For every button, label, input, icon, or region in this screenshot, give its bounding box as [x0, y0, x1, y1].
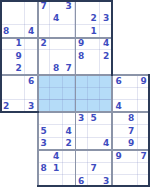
- cell-r2c5[interactable]: [63, 25, 76, 38]
- cell-r4c4[interactable]: [50, 50, 63, 63]
- cell-r4c2[interactable]: [25, 50, 38, 63]
- cell-r2c4[interactable]: [50, 25, 63, 38]
- given-digit: 2: [66, 139, 72, 148]
- cell-r1c4[interactable]: 4: [50, 13, 63, 26]
- cell-r14c9[interactable]: [113, 175, 126, 187]
- cell-r6c5[interactable]: [63, 75, 76, 88]
- cell-r8c0[interactable]: 2: [0, 100, 13, 113]
- cell-r8c5[interactable]: [63, 100, 76, 113]
- cell-r7c9[interactable]: [113, 88, 126, 101]
- cell-r10c6[interactable]: [75, 125, 88, 138]
- cell-r7c10[interactable]: [125, 88, 138, 101]
- cell-r3c0[interactable]: [0, 38, 13, 51]
- given-digit: 4: [116, 102, 122, 111]
- cell-r11c9[interactable]: [113, 138, 126, 151]
- given-digit: 8: [3, 27, 9, 36]
- given-digit: 4: [53, 152, 59, 161]
- sudoku-board: 7342384112949822876692343585473249497817…: [0, 0, 150, 187]
- cell-r9c11[interactable]: [138, 113, 151, 126]
- cell-r14c11[interactable]: [138, 175, 151, 187]
- cell-r4c6[interactable]: 8: [75, 50, 88, 63]
- cell-r1c2[interactable]: [25, 13, 38, 26]
- cell-r14c6[interactable]: 6: [75, 175, 88, 187]
- cell-r7c8[interactable]: [100, 88, 113, 101]
- given-digit: 3: [103, 177, 109, 186]
- cell-r13c11[interactable]: [138, 163, 151, 176]
- cell-r7c0[interactable]: [0, 88, 13, 101]
- given-digit: 4: [103, 139, 109, 148]
- given-digit: 3: [41, 139, 47, 148]
- cell-r10c9[interactable]: [113, 125, 126, 138]
- given-digit: 5: [41, 127, 47, 136]
- cell-r10c5[interactable]: 4: [63, 125, 76, 138]
- given-digit: 2: [16, 64, 22, 73]
- given-digit: 8: [78, 52, 84, 61]
- given-digit: 2: [3, 102, 9, 111]
- cell-r6c4[interactable]: [50, 75, 63, 88]
- cell-r10c4[interactable]: [50, 125, 63, 138]
- cell-r12c8[interactable]: [100, 150, 113, 163]
- given-digit: 7: [128, 127, 134, 136]
- cell-r14c8[interactable]: 3: [100, 175, 113, 187]
- cell-r10c3[interactable]: 5: [38, 125, 51, 138]
- given-digit: 3: [28, 102, 34, 111]
- cell-r5c6[interactable]: [75, 63, 88, 76]
- given-digit: 9: [78, 39, 84, 48]
- cell-r6c10[interactable]: [125, 75, 138, 88]
- cell-r12c7[interactable]: [88, 150, 101, 163]
- cell-r8c7[interactable]: [88, 100, 101, 113]
- cell-r0c5[interactable]: 3: [63, 0, 76, 13]
- cell-r2c2[interactable]: 4: [25, 25, 38, 38]
- cell-r0c0[interactable]: [0, 0, 13, 13]
- cell-r5c4[interactable]: 8: [50, 63, 63, 76]
- given-digit: 3: [78, 114, 84, 123]
- cell-r8c4[interactable]: [50, 100, 63, 113]
- cell-r3c8[interactable]: 4: [100, 38, 113, 51]
- cell-r5c3[interactable]: [38, 63, 51, 76]
- given-digit: 4: [28, 27, 34, 36]
- cell-r5c5[interactable]: 7: [63, 63, 76, 76]
- cell-r5c2[interactable]: [25, 63, 38, 76]
- cell-r14c5[interactable]: [63, 175, 76, 187]
- cell-r3c3[interactable]: 2: [38, 38, 51, 51]
- given-digit: 8: [53, 64, 59, 73]
- cell-r10c8[interactable]: [100, 125, 113, 138]
- cell-r2c3[interactable]: [38, 25, 51, 38]
- cell-r7c3[interactable]: [38, 88, 51, 101]
- cell-r14c10[interactable]: [125, 175, 138, 187]
- cell-r5c8[interactable]: [100, 63, 113, 76]
- cell-r13c4[interactable]: 1: [50, 163, 63, 176]
- cell-r13c5[interactable]: [63, 163, 76, 176]
- cell-r8c8[interactable]: [100, 100, 113, 113]
- cell-r13c9[interactable]: [113, 163, 126, 176]
- given-digit: 4: [53, 14, 59, 23]
- cell-r0c7[interactable]: [88, 0, 101, 13]
- cell-r14c7[interactable]: [88, 175, 101, 187]
- cell-r1c5[interactable]: [63, 13, 76, 26]
- cell-r9c8[interactable]: [100, 113, 113, 126]
- cell-r9c10[interactable]: 8: [125, 113, 138, 126]
- cell-r14c3[interactable]: [38, 175, 51, 187]
- given-digit: 2: [41, 39, 47, 48]
- cell-r2c8[interactable]: [100, 25, 113, 38]
- cell-r4c3[interactable]: [38, 50, 51, 63]
- given-digit: 1: [16, 39, 22, 48]
- cell-r11c5[interactable]: 2: [63, 138, 76, 151]
- cell-r0c1[interactable]: [13, 0, 26, 13]
- cell-r4c7[interactable]: [88, 50, 101, 63]
- cell-r8c11[interactable]: [138, 100, 151, 113]
- cell-r1c3[interactable]: [38, 13, 51, 26]
- cell-r11c7[interactable]: [88, 138, 101, 151]
- given-digit: 6: [28, 77, 34, 86]
- cell-r8c9[interactable]: 4: [113, 100, 126, 113]
- cell-r5c1[interactable]: 2: [13, 63, 26, 76]
- cell-r6c8[interactable]: [100, 75, 113, 88]
- given-digit: 8: [128, 114, 134, 123]
- cell-r3c7[interactable]: [88, 38, 101, 51]
- cell-r10c11[interactable]: [138, 125, 151, 138]
- cell-r6c3[interactable]: [38, 75, 51, 88]
- cell-r3c1[interactable]: 1: [13, 38, 26, 51]
- given-digit: 4: [66, 127, 72, 136]
- cell-r1c6[interactable]: [75, 13, 88, 26]
- cell-r12c11[interactable]: 7: [138, 150, 151, 163]
- cell-r0c6[interactable]: [75, 0, 88, 13]
- cell-r2c0[interactable]: 8: [0, 25, 13, 38]
- cell-r3c4[interactable]: [50, 38, 63, 51]
- cell-r4c1[interactable]: 9: [13, 50, 26, 63]
- cell-r12c9[interactable]: 9: [113, 150, 126, 163]
- cell-r7c1[interactable]: [13, 88, 26, 101]
- given-digit: 4: [103, 39, 109, 48]
- given-digit: 6: [116, 77, 122, 86]
- cell-r6c9[interactable]: 6: [113, 75, 126, 88]
- cell-r11c8[interactable]: 4: [100, 138, 113, 151]
- cell-r12c6[interactable]: [75, 150, 88, 163]
- given-digit: 2: [103, 52, 109, 61]
- given-digit: 1: [53, 164, 59, 173]
- cell-r1c7[interactable]: 2: [88, 13, 101, 26]
- cell-r6c0[interactable]: [0, 75, 13, 88]
- given-digit: 3: [66, 2, 72, 11]
- cell-r2c6[interactable]: [75, 25, 88, 38]
- given-digit: 7: [91, 164, 97, 173]
- cell-r2c1[interactable]: [13, 25, 26, 38]
- cell-r4c0[interactable]: [0, 50, 13, 63]
- cell-r12c4[interactable]: 4: [50, 150, 63, 163]
- cell-r13c3[interactable]: 8: [38, 163, 51, 176]
- cell-r7c11[interactable]: [138, 88, 151, 101]
- cell-r3c5[interactable]: [63, 38, 76, 51]
- given-digit: 6: [78, 177, 84, 186]
- cell-r4c8[interactable]: 2: [100, 50, 113, 63]
- given-digit: 7: [41, 2, 47, 11]
- cell-r6c7[interactable]: [88, 75, 101, 88]
- cell-r0c4[interactable]: [50, 0, 63, 13]
- cell-r3c2[interactable]: [25, 38, 38, 51]
- cell-r0c3[interactable]: 7: [38, 0, 51, 13]
- cell-r5c0[interactable]: [0, 63, 13, 76]
- cell-r7c7[interactable]: [88, 88, 101, 101]
- cell-r10c7[interactable]: [88, 125, 101, 138]
- given-digit: 9: [128, 139, 134, 148]
- cell-r7c6[interactable]: [75, 88, 88, 101]
- cell-r9c7[interactable]: 5: [88, 113, 101, 126]
- given-digit: 2: [91, 14, 97, 23]
- cell-r12c3[interactable]: [38, 150, 51, 163]
- cell-r7c5[interactable]: [63, 88, 76, 101]
- cell-r6c6[interactable]: [75, 75, 88, 88]
- cell-r9c5[interactable]: [63, 113, 76, 126]
- cell-r7c2[interactable]: [25, 88, 38, 101]
- given-digit: 9: [141, 77, 147, 86]
- cell-r11c10[interactable]: 9: [125, 138, 138, 151]
- cell-r4c5[interactable]: [63, 50, 76, 63]
- cell-r3c6[interactable]: 9: [75, 38, 88, 51]
- cell-r6c11[interactable]: 9: [138, 75, 151, 88]
- cell-r8c10[interactable]: [125, 100, 138, 113]
- cell-r9c6[interactable]: 3: [75, 113, 88, 126]
- cell-r6c1[interactable]: [13, 75, 26, 88]
- cell-r8c1[interactable]: [13, 100, 26, 113]
- cell-r9c3[interactable]: [38, 113, 51, 126]
- cell-r1c8[interactable]: 3: [100, 13, 113, 26]
- cell-r11c6[interactable]: [75, 138, 88, 151]
- given-digit: 7: [66, 64, 72, 73]
- cell-r11c4[interactable]: [50, 138, 63, 151]
- cell-r7c4[interactable]: [50, 88, 63, 101]
- cell-r1c1[interactable]: [13, 13, 26, 26]
- cell-r13c7[interactable]: 7: [88, 163, 101, 176]
- cell-r9c9[interactable]: [113, 113, 126, 126]
- cell-r8c6[interactable]: [75, 100, 88, 113]
- cell-r2c7[interactable]: 1: [88, 25, 101, 38]
- given-digit: 8: [41, 164, 47, 173]
- cell-r13c6[interactable]: [75, 163, 88, 176]
- cell-r13c10[interactable]: [125, 163, 138, 176]
- cell-r11c3[interactable]: 3: [38, 138, 51, 151]
- cell-r10c10[interactable]: 7: [125, 125, 138, 138]
- given-digit: 3: [103, 14, 109, 23]
- given-digit: 5: [91, 114, 97, 123]
- cell-r12c10[interactable]: [125, 150, 138, 163]
- cell-r11c11[interactable]: [138, 138, 151, 151]
- cell-r9c4[interactable]: [50, 113, 63, 126]
- cell-r14c4[interactable]: [50, 175, 63, 187]
- given-digit: 1: [91, 27, 97, 36]
- given-digit: 9: [116, 152, 122, 161]
- cell-r0c2[interactable]: [25, 0, 38, 13]
- given-digit: 7: [141, 152, 147, 161]
- cell-r13c8[interactable]: [100, 163, 113, 176]
- cell-r12c5[interactable]: [63, 150, 76, 163]
- cell-r1c0[interactable]: [0, 13, 13, 26]
- cell-r8c3[interactable]: [38, 100, 51, 113]
- cell-r0c8[interactable]: [100, 0, 113, 13]
- cell-r5c7[interactable]: [88, 63, 101, 76]
- cell-r8c2[interactable]: 3: [25, 100, 38, 113]
- cell-r6c2[interactable]: 6: [25, 75, 38, 88]
- given-digit: 9: [16, 52, 22, 61]
